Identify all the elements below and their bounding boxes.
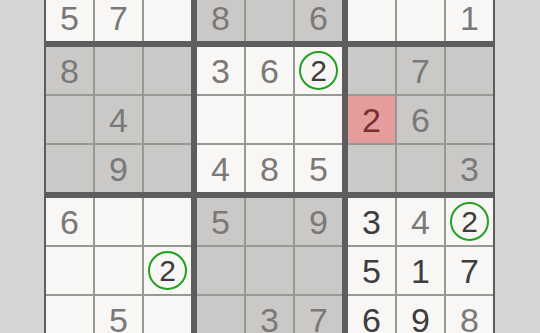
entered-digit: 9 [411,303,430,333]
entered-digit: 6 [362,303,381,333]
cell-r8c4[interactable] [197,247,244,294]
cell-r8c7[interactable]: 5 [348,247,395,294]
entered-digit: 3 [362,205,381,239]
given-digit: 1 [460,1,479,35]
given-digit: 4 [411,205,430,239]
given-digit: 8 [60,54,79,88]
cell-r6c6[interactable]: 5 [295,145,342,192]
cell-r8c8[interactable]: 1 [397,247,444,294]
given-digit: 4 [211,152,230,186]
cell-r5c6[interactable] [295,96,342,143]
given-digit: 5 [60,1,79,35]
given-digit: 6 [309,1,328,35]
cell-r5c7[interactable]: 2 [348,96,395,143]
cell-r9c3[interactable] [144,296,191,333]
given-digit: 5 [309,152,328,186]
entered-digit: 5 [362,254,381,288]
cell-r8c6[interactable] [295,247,342,294]
entered-digit: 1 [411,254,430,288]
cell-r4c2[interactable] [95,47,142,94]
entered-digit: 7 [460,254,479,288]
green-circle-annotation: 2 [450,202,489,241]
given-digit: 4 [109,103,128,137]
given-digit: 5 [211,205,230,239]
cell-r5c5[interactable] [246,96,293,143]
given-digit: 6 [411,103,430,137]
cell-r6c1[interactable] [46,145,93,192]
cell-r4c4[interactable]: 3 [197,47,244,94]
cell-r6c9[interactable]: 3 [446,145,493,192]
cell-r5c9[interactable] [446,96,493,143]
cell-r6c5[interactable]: 8 [246,145,293,192]
cell-r9c8[interactable]: 9 [397,296,444,333]
cell-r6c3[interactable] [144,145,191,192]
cell-r8c9[interactable]: 7 [446,247,493,294]
cell-r5c3[interactable] [144,96,191,143]
cell-r7c6[interactable]: 9 [295,198,342,245]
cell-r7c4[interactable]: 5 [197,198,244,245]
cell-r3c2[interactable]: 7 [95,0,142,41]
cell-r9c4[interactable] [197,296,244,333]
cell-r7c2[interactable] [95,198,142,245]
cell-r7c9[interactable]: 2 [446,198,493,245]
cell-r9c2[interactable]: 5 [95,296,142,333]
given-digit: 3 [211,54,230,88]
cell-r9c5[interactable]: 3 [246,296,293,333]
cell-r5c8[interactable]: 6 [397,96,444,143]
cell-r7c5[interactable] [246,198,293,245]
cell-r9c7[interactable]: 6 [348,296,395,333]
cell-r5c2[interactable]: 4 [95,96,142,143]
given-digit: 7 [109,1,128,35]
entered-digit: 2 [461,207,478,237]
entered-digit: 2 [310,56,327,86]
cell-r7c3[interactable] [144,198,191,245]
given-digit: 9 [109,152,128,186]
given-digit: 3 [260,303,279,333]
cell-r6c8[interactable] [397,145,444,192]
cell-r4c7[interactable] [348,47,395,94]
given-digit: 7 [309,303,328,333]
cell-r8c5[interactable] [246,247,293,294]
cell-r3c8[interactable] [397,0,444,41]
cell-r4c3[interactable] [144,47,191,94]
cell-r3c6[interactable]: 6 [295,0,342,41]
cell-r4c9[interactable] [446,47,493,94]
entered-digit: 2 [159,256,176,286]
given-digit: 8 [260,152,279,186]
cell-r7c8[interactable]: 4 [397,198,444,245]
cell-r5c4[interactable] [197,96,244,143]
cell-r8c3[interactable]: 2 [144,247,191,294]
given-digit: 6 [260,54,279,88]
cell-r3c9[interactable]: 1 [446,0,493,41]
cell-r3c3[interactable] [144,0,191,41]
given-digit: 8 [211,1,230,35]
green-circle-annotation: 2 [148,251,187,290]
sudoku-app: 5786183627426948536593422517537698 [0,0,540,333]
cell-r4c5[interactable]: 6 [246,47,293,94]
given-digit: 3 [460,152,479,186]
cell-r8c2[interactable] [95,247,142,294]
cell-r7c7[interactable]: 3 [348,198,395,245]
cell-r9c9[interactable]: 8 [446,296,493,333]
cell-r3c1[interactable]: 5 [46,0,93,41]
cell-r4c8[interactable]: 7 [397,47,444,94]
cell-r3c7[interactable] [348,0,395,41]
cell-r4c1[interactable]: 8 [46,47,93,94]
given-digit: 9 [309,205,328,239]
cell-r5c1[interactable] [46,96,93,143]
given-digit: 5 [109,303,128,333]
cell-r8c1[interactable] [46,247,93,294]
cell-r6c2[interactable]: 9 [95,145,142,192]
given-digit: 7 [411,54,430,88]
given-digit: 8 [460,303,479,333]
green-circle-annotation: 2 [299,51,338,90]
cell-r3c5[interactable] [246,0,293,41]
cell-r3c4[interactable]: 8 [197,0,244,41]
cell-r4c6[interactable]: 2 [295,47,342,94]
cell-r6c4[interactable]: 4 [197,145,244,192]
given-digit: 6 [60,205,79,239]
sudoku-board: 5786183627426948536593422517537698 [44,0,495,333]
cell-r7c1[interactable]: 6 [46,198,93,245]
error-digit: 2 [362,103,381,137]
cell-r9c6[interactable]: 7 [295,296,342,333]
cell-r9c1[interactable] [46,296,93,333]
cell-r6c7[interactable] [348,145,395,192]
